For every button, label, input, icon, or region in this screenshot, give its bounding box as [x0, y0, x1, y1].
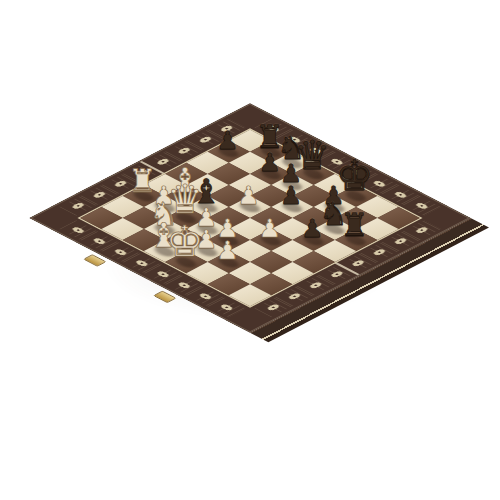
- piece-white-king[interactable]: ♚: [163, 221, 207, 263]
- piece-black-pawn[interactable]: ♟: [206, 127, 250, 152]
- piece-white-pawn[interactable]: ♟: [248, 216, 292, 241]
- brass-hinge-icon: [153, 291, 176, 303]
- piece-black-pawn[interactable]: ♟: [290, 216, 334, 241]
- piece-black-pawn[interactable]: ♟: [269, 183, 313, 208]
- piece-white-pawn[interactable]: ♟: [227, 183, 271, 208]
- brass-hinge-icon: [83, 254, 106, 266]
- product-photo: ♜♞♛♚♟♟♟♟♟♞♜♟♟♝♝♟♜♟♛♟♟♞♟♟♝♚: [0, 0, 500, 500]
- piece-white-pawn[interactable]: ♟: [206, 238, 250, 263]
- piece-black-rook[interactable]: ♜: [333, 209, 377, 241]
